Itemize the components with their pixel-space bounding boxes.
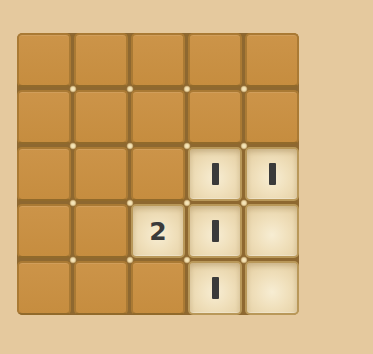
cell-r4c1[interactable] (74, 261, 128, 315)
cell-r2c3[interactable] (188, 147, 242, 201)
cell-r3c1[interactable] (74, 204, 128, 258)
cell-r4c3[interactable] (188, 261, 242, 315)
cell-r1c4[interactable] (245, 90, 299, 144)
count-1-bar (212, 163, 219, 185)
minesweeper-app: 2 (0, 0, 373, 354)
count-1-bar (212, 220, 219, 242)
cell-r3c4 (245, 204, 299, 258)
cell-r3c0[interactable] (17, 204, 71, 258)
cell-r4c4 (245, 261, 299, 315)
cell-r1c0[interactable] (17, 90, 71, 144)
count-1-bar (212, 277, 219, 299)
cell-r4c0[interactable] (17, 261, 71, 315)
cell-r2c1[interactable] (74, 147, 128, 201)
count-label: 2 (149, 219, 166, 244)
count-1-bar (269, 163, 276, 185)
cell-r2c4[interactable] (245, 147, 299, 201)
minesweeper-board: 2 (17, 33, 299, 315)
cell-r0c1[interactable] (74, 33, 128, 87)
cell-r3c3[interactable] (188, 204, 242, 258)
cell-r3c2[interactable]: 2 (131, 204, 185, 258)
cell-r0c0[interactable] (17, 33, 71, 87)
cell-r0c3[interactable] (188, 33, 242, 87)
cell-r2c2[interactable] (131, 147, 185, 201)
cell-r1c1[interactable] (74, 90, 128, 144)
cell-r4c2[interactable] (131, 261, 185, 315)
cell-r1c2[interactable] (131, 90, 185, 144)
cell-r0c2[interactable] (131, 33, 185, 87)
cell-r2c0[interactable] (17, 147, 71, 201)
cell-r1c3[interactable] (188, 90, 242, 144)
cell-r0c4[interactable] (245, 33, 299, 87)
